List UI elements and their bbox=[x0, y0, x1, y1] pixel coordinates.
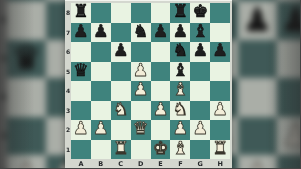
square-f1[interactable]: ♝ bbox=[170, 140, 190, 160]
square-g1[interactable] bbox=[190, 140, 210, 160]
square-a4 bbox=[7, 78, 46, 117]
square-b1[interactable] bbox=[91, 140, 111, 160]
square-g2[interactable]: ♟ bbox=[190, 120, 210, 140]
square-f7[interactable]: ♟ bbox=[170, 23, 190, 43]
piece-white-king[interactable]: ♚ bbox=[153, 140, 169, 158]
piece-white-pawn[interactable]: ♟ bbox=[73, 120, 89, 138]
square-f3[interactable]: ♞ bbox=[170, 101, 190, 121]
square-g5[interactable] bbox=[190, 62, 210, 82]
square-b6[interactable] bbox=[91, 42, 111, 62]
square-e2[interactable] bbox=[151, 120, 171, 140]
piece-black-knight[interactable]: ♞ bbox=[173, 42, 189, 60]
background-rank-labels: 87654321 bbox=[0, 0, 7, 168]
piece-white-pawn: ♟ bbox=[11, 157, 41, 168]
square-h6[interactable]: ♟ bbox=[210, 42, 230, 62]
square-h4[interactable] bbox=[210, 81, 230, 101]
video-frame: 87654321 ♜♜♚♟♟♞♟♟♝♟♞♟♟♛♟♝♟♝♞♟♞♟♟♟♛♟♟♜♚♝♜… bbox=[0, 0, 300, 168]
square-g4[interactable] bbox=[190, 81, 210, 101]
square-a5[interactable]: ♛ bbox=[71, 62, 91, 82]
piece-black-king[interactable]: ♚ bbox=[192, 3, 208, 21]
file-label-h: H bbox=[210, 160, 230, 169]
square-d7[interactable]: ♞ bbox=[131, 23, 151, 43]
piece-black-knight[interactable]: ♞ bbox=[133, 23, 149, 41]
bg-rank-label-2: 2 bbox=[0, 155, 7, 168]
square-a6[interactable] bbox=[71, 42, 91, 62]
piece-black-queen: ♛ bbox=[11, 41, 41, 74]
square-d6[interactable] bbox=[131, 42, 151, 62]
bg-rank-label-5: 5 bbox=[0, 40, 7, 79]
square-h4 bbox=[277, 78, 301, 117]
square-e4[interactable] bbox=[151, 81, 171, 101]
square-f4[interactable]: ♝ bbox=[170, 81, 190, 101]
piece-black-queen[interactable]: ♛ bbox=[73, 62, 89, 80]
square-g3[interactable] bbox=[190, 101, 210, 121]
square-c2[interactable] bbox=[111, 120, 131, 140]
file-label-d: D bbox=[131, 160, 151, 169]
square-e7[interactable]: ♟ bbox=[151, 23, 171, 43]
piece-black-bishop[interactable]: ♝ bbox=[173, 62, 189, 80]
file-label-f: F bbox=[170, 160, 190, 169]
square-h3: ♟ bbox=[277, 117, 301, 156]
square-g7[interactable]: ♝ bbox=[190, 23, 210, 43]
square-e5[interactable] bbox=[151, 62, 171, 82]
piece-white-rook[interactable]: ♜ bbox=[212, 140, 228, 158]
square-d3[interactable] bbox=[131, 101, 151, 121]
file-labels: ABCDEFGH bbox=[71, 160, 230, 169]
square-h5 bbox=[277, 40, 301, 79]
square-a6 bbox=[7, 1, 46, 40]
piece-black-pawn: ♟ bbox=[281, 3, 300, 36]
piece-white-pawn[interactable]: ♟ bbox=[153, 101, 169, 119]
square-g5 bbox=[238, 40, 277, 79]
square-g3 bbox=[238, 117, 277, 156]
square-h6: ♟ bbox=[277, 1, 301, 40]
square-g4 bbox=[238, 78, 277, 117]
square-c7[interactable] bbox=[111, 23, 131, 43]
piece-white-pawn[interactable]: ♟ bbox=[133, 81, 149, 99]
piece-black-pawn[interactable]: ♟ bbox=[113, 42, 129, 60]
square-d8[interactable] bbox=[131, 3, 151, 23]
square-g6[interactable]: ♟ bbox=[190, 42, 210, 62]
square-e6[interactable] bbox=[151, 42, 171, 62]
square-e1[interactable]: ♚ bbox=[151, 140, 171, 160]
square-g8[interactable]: ♚ bbox=[190, 3, 210, 23]
bg-rank-label-6: 6 bbox=[0, 1, 7, 40]
file-label-a: A bbox=[71, 160, 91, 169]
square-a4[interactable] bbox=[71, 81, 91, 101]
square-b4[interactable] bbox=[91, 81, 111, 101]
square-a1[interactable] bbox=[71, 140, 91, 160]
square-f8[interactable]: ♜ bbox=[170, 3, 190, 23]
piece-white-knight[interactable]: ♞ bbox=[173, 101, 189, 119]
square-c1[interactable]: ♜ bbox=[111, 140, 131, 160]
square-f6[interactable]: ♞ bbox=[170, 42, 190, 62]
file-label-e: E bbox=[151, 160, 171, 169]
piece-white-bishop[interactable]: ♝ bbox=[173, 81, 189, 99]
square-d5[interactable]: ♟ bbox=[131, 62, 151, 82]
square-b7[interactable]: ♟ bbox=[91, 23, 111, 43]
piece-black-rook[interactable]: ♜ bbox=[173, 3, 189, 21]
chessboard: ♜♜♚♟♟♞♟♟♝♟♞♟♟♛♟♝♟♝♞♟♞♟♟♟♛♟♟♜♚♝♜ bbox=[71, 3, 230, 159]
piece-black-bishop[interactable]: ♝ bbox=[192, 23, 208, 41]
piece-black-pawn[interactable]: ♟ bbox=[93, 23, 109, 41]
piece-white-pawn[interactable]: ♟ bbox=[133, 62, 149, 80]
square-b5[interactable] bbox=[91, 62, 111, 82]
square-e3[interactable]: ♟ bbox=[151, 101, 171, 121]
square-b2[interactable]: ♟ bbox=[91, 120, 111, 140]
square-d2[interactable]: ♛ bbox=[131, 120, 151, 140]
piece-white-pawn[interactable]: ♟ bbox=[93, 120, 109, 138]
piece-black-pawn[interactable]: ♟ bbox=[212, 42, 228, 60]
square-f2[interactable]: ♟ bbox=[170, 120, 190, 140]
square-a7[interactable]: ♟ bbox=[71, 23, 91, 43]
square-a2: ♟ bbox=[7, 155, 46, 168]
piece-white-pawn: ♟ bbox=[242, 157, 272, 168]
square-h7[interactable] bbox=[210, 23, 230, 43]
chess-diagram: 87654321 ♜♜♚♟♟♞♟♟♝♟♞♟♟♛♟♝♟♝♞♟♞♟♟♟♛♟♟♜♚♝♜… bbox=[65, 0, 232, 168]
piece-black-pawn[interactable]: ♟ bbox=[192, 42, 208, 60]
square-h2[interactable] bbox=[210, 120, 230, 140]
file-label-g: G bbox=[190, 160, 210, 169]
square-h5[interactable] bbox=[210, 62, 230, 82]
file-label-b: B bbox=[91, 160, 111, 169]
square-c5[interactable] bbox=[111, 62, 131, 82]
piece-black-pawn: ♟ bbox=[242, 3, 272, 36]
square-h3[interactable]: ♟ bbox=[210, 101, 230, 121]
bg-rank-label-3: 3 bbox=[0, 117, 7, 156]
square-h8[interactable] bbox=[210, 3, 230, 23]
square-a5: ♛ bbox=[7, 40, 46, 79]
piece-white-knight[interactable]: ♞ bbox=[113, 101, 129, 119]
square-e8[interactable] bbox=[151, 3, 171, 23]
piece-white-pawn[interactable]: ♟ bbox=[212, 101, 228, 119]
piece-white-bishop[interactable]: ♝ bbox=[173, 140, 189, 158]
square-b3[interactable] bbox=[91, 101, 111, 121]
square-a3[interactable] bbox=[71, 101, 91, 121]
square-c6[interactable]: ♟ bbox=[111, 42, 131, 62]
square-c3[interactable]: ♞ bbox=[111, 101, 131, 121]
square-a8[interactable]: ♜ bbox=[71, 3, 91, 23]
square-g2: ♟ bbox=[238, 155, 277, 168]
piece-black-pawn[interactable]: ♟ bbox=[153, 23, 169, 41]
square-f5[interactable]: ♝ bbox=[170, 62, 190, 82]
piece-white-pawn: ♟ bbox=[281, 118, 300, 151]
square-b8[interactable] bbox=[91, 3, 111, 23]
square-c4[interactable] bbox=[111, 81, 131, 101]
square-a2[interactable]: ♟ bbox=[71, 120, 91, 140]
piece-white-queen[interactable]: ♛ bbox=[133, 120, 149, 138]
piece-white-pawn[interactable]: ♟ bbox=[173, 120, 189, 138]
file-label-c: C bbox=[111, 160, 131, 169]
bg-rank-label-4: 4 bbox=[0, 78, 7, 117]
piece-black-pawn[interactable]: ♟ bbox=[73, 23, 89, 41]
piece-white-rook[interactable]: ♜ bbox=[113, 140, 129, 158]
square-d1[interactable] bbox=[131, 140, 151, 160]
square-a3 bbox=[7, 117, 46, 156]
square-h2 bbox=[277, 155, 301, 168]
square-c8[interactable] bbox=[111, 3, 131, 23]
square-h1[interactable]: ♜ bbox=[210, 140, 230, 160]
piece-white-pawn[interactable]: ♟ bbox=[192, 120, 208, 138]
square-d4[interactable]: ♟ bbox=[131, 81, 151, 101]
square-g6: ♟ bbox=[238, 1, 277, 40]
piece-black-rook[interactable]: ♜ bbox=[73, 3, 89, 21]
piece-black-pawn[interactable]: ♟ bbox=[173, 23, 189, 41]
